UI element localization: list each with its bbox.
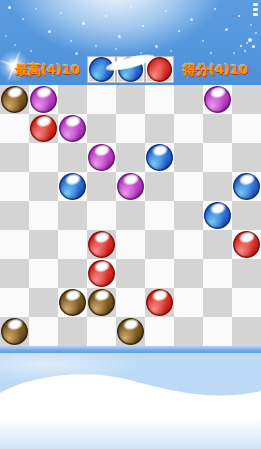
board-cell[interactable] xyxy=(58,114,87,143)
board-cell[interactable] xyxy=(145,259,174,288)
board-cell[interactable] xyxy=(232,288,261,317)
game-board[interactable] xyxy=(0,85,261,346)
board-cell[interactable] xyxy=(87,288,116,317)
board-cell[interactable] xyxy=(145,143,174,172)
board-cell[interactable] xyxy=(116,172,145,201)
board-cell[interactable] xyxy=(145,114,174,143)
board-cell[interactable] xyxy=(174,288,203,317)
board-cell[interactable] xyxy=(203,230,232,259)
board-cell[interactable] xyxy=(203,288,232,317)
board-cell[interactable] xyxy=(203,143,232,172)
board-cell[interactable] xyxy=(232,259,261,288)
board-cell[interactable] xyxy=(87,172,116,201)
board-cell[interactable] xyxy=(174,317,203,346)
board-cell[interactable] xyxy=(29,201,58,230)
board-cell[interactable] xyxy=(174,201,203,230)
board-cell[interactable] xyxy=(29,85,58,114)
board-cell[interactable] xyxy=(116,201,145,230)
board-cell[interactable] xyxy=(29,172,58,201)
menu-dots-icon xyxy=(253,3,259,18)
board-cell[interactable] xyxy=(116,114,145,143)
ball-red[interactable] xyxy=(233,231,260,258)
ball-brown[interactable] xyxy=(1,318,28,345)
current-score-label: 得分(4)10 xyxy=(183,61,248,79)
ball-red[interactable] xyxy=(88,260,115,287)
next-ball-box xyxy=(145,56,174,83)
ball-blue[interactable] xyxy=(146,144,173,171)
board-cell[interactable] xyxy=(58,172,87,201)
board-cell[interactable] xyxy=(145,288,174,317)
board-cell[interactable] xyxy=(145,201,174,230)
next-balls-preview xyxy=(87,56,174,83)
board-cell[interactable] xyxy=(116,230,145,259)
board-cell[interactable] xyxy=(58,230,87,259)
board-cell[interactable] xyxy=(116,288,145,317)
board-cell[interactable] xyxy=(232,85,261,114)
board-cell[interactable] xyxy=(203,317,232,346)
ball-purple[interactable] xyxy=(30,86,57,113)
board-cell[interactable] xyxy=(87,85,116,114)
board-cell[interactable] xyxy=(58,201,87,230)
board-cell[interactable] xyxy=(174,172,203,201)
board-cell[interactable] xyxy=(145,172,174,201)
board-cell[interactable] xyxy=(29,114,58,143)
board-cell[interactable] xyxy=(87,201,116,230)
next-ball-red xyxy=(147,57,172,82)
snow-hill xyxy=(0,353,261,449)
board-cell[interactable] xyxy=(174,259,203,288)
board-cell[interactable] xyxy=(116,143,145,172)
board-cell[interactable] xyxy=(0,143,29,172)
ball-blue[interactable] xyxy=(204,202,231,229)
ball-red[interactable] xyxy=(88,231,115,258)
board-cell[interactable] xyxy=(145,317,174,346)
board-cell[interactable] xyxy=(203,114,232,143)
ball-purple[interactable] xyxy=(88,144,115,171)
board-cell[interactable] xyxy=(116,317,145,346)
board-cell[interactable] xyxy=(232,172,261,201)
board-cell[interactable] xyxy=(203,172,232,201)
board-cell[interactable] xyxy=(145,230,174,259)
board-cell[interactable] xyxy=(203,201,232,230)
board-cell[interactable] xyxy=(232,143,261,172)
board-cell[interactable] xyxy=(174,230,203,259)
board-cell[interactable] xyxy=(29,288,58,317)
board-cell[interactable] xyxy=(58,85,87,114)
ball-brown[interactable] xyxy=(1,86,28,113)
board-cell[interactable] xyxy=(58,143,87,172)
board-cell[interactable] xyxy=(116,85,145,114)
board-cell[interactable] xyxy=(87,114,116,143)
board-cell[interactable] xyxy=(232,230,261,259)
board-cell[interactable] xyxy=(145,85,174,114)
board-cell[interactable] xyxy=(87,143,116,172)
board-cell[interactable] xyxy=(0,172,29,201)
board-cell[interactable] xyxy=(0,230,29,259)
board-cell[interactable] xyxy=(0,85,29,114)
board-cell[interactable] xyxy=(87,230,116,259)
board-cell[interactable] xyxy=(174,85,203,114)
ball-red[interactable] xyxy=(146,289,173,316)
board-cell[interactable] xyxy=(29,143,58,172)
board-cell[interactable] xyxy=(58,288,87,317)
board-cell[interactable] xyxy=(232,114,261,143)
board-cell[interactable] xyxy=(0,114,29,143)
board-cell[interactable] xyxy=(0,201,29,230)
board-cell[interactable] xyxy=(0,288,29,317)
board-cell[interactable] xyxy=(203,85,232,114)
ball-brown[interactable] xyxy=(59,289,86,316)
board-cell[interactable] xyxy=(87,317,116,346)
board-cell[interactable] xyxy=(58,259,87,288)
board-cell[interactable] xyxy=(0,317,29,346)
ball-blue[interactable] xyxy=(233,173,260,200)
board-cell[interactable] xyxy=(174,114,203,143)
ball-blue[interactable] xyxy=(59,173,86,200)
board-cell[interactable] xyxy=(58,317,87,346)
board-cell[interactable] xyxy=(0,259,29,288)
board-cell[interactable] xyxy=(29,259,58,288)
board-cell[interactable] xyxy=(232,317,261,346)
board-cell[interactable] xyxy=(174,143,203,172)
board-cell[interactable] xyxy=(87,259,116,288)
ball-purple[interactable] xyxy=(204,86,231,113)
footer-edge xyxy=(0,346,261,353)
snow-footer xyxy=(0,346,261,449)
board-cell[interactable] xyxy=(232,201,261,230)
ball-brown[interactable] xyxy=(117,318,144,345)
ball-red[interactable] xyxy=(30,115,57,142)
board-cell[interactable] xyxy=(203,259,232,288)
ball-purple[interactable] xyxy=(59,115,86,142)
board-cell[interactable] xyxy=(29,317,58,346)
board-cell[interactable] xyxy=(116,259,145,288)
board-cell[interactable] xyxy=(29,230,58,259)
best-score-label: 最高(4)10 xyxy=(15,61,80,79)
ball-purple[interactable] xyxy=(117,173,144,200)
ball-brown[interactable] xyxy=(88,289,115,316)
